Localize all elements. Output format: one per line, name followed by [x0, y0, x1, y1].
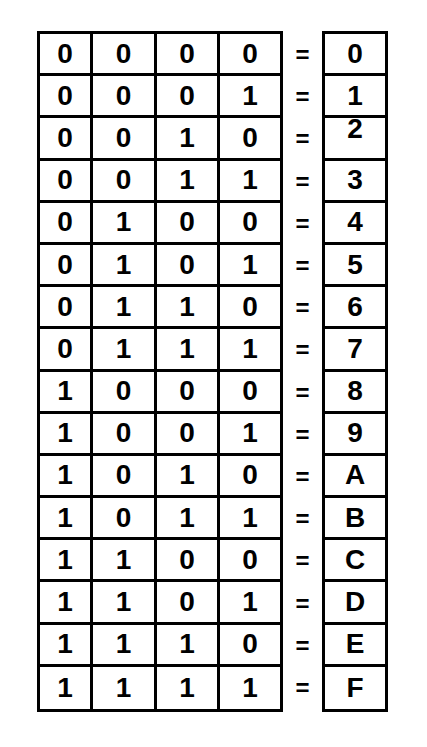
binary-cell-r2c4: 1 — [220, 76, 280, 118]
binary-cell-r7c1: 0 — [40, 287, 93, 329]
binary-cell-r5c3: 0 — [157, 203, 220, 245]
hex-cell-r3: 2 — [325, 118, 385, 160]
binary-cell-r11c2: 0 — [93, 456, 157, 498]
binary-cell-r13c1: 1 — [40, 540, 93, 582]
binary-cell-r13c2: 1 — [93, 540, 157, 582]
binary-cell-r9c4: 0 — [220, 372, 280, 414]
binary-cell-r4c1: 0 — [40, 161, 93, 203]
hex-cell-r14: D — [325, 582, 385, 624]
binary-cell-r12c4: 1 — [220, 498, 280, 540]
binary-cell-r5c2: 1 — [93, 203, 157, 245]
binary-cell-r9c1: 1 — [40, 372, 93, 414]
binary-cell-r3c1: 0 — [40, 118, 93, 160]
binary-cell-r5c1: 0 — [40, 203, 93, 245]
binary-cell-r8c2: 1 — [93, 329, 157, 371]
binary-cell-r3c3: 1 — [157, 118, 220, 160]
equals-sign-r14: = — [283, 582, 322, 624]
hex-cell-r6: 5 — [325, 245, 385, 287]
binary-cell-r12c1: 1 — [40, 498, 93, 540]
binary-cell-r15c1: 1 — [40, 625, 93, 667]
page-background: 0000000100100011010001010110011110001001… — [0, 0, 427, 747]
binary-cell-r8c1: 0 — [40, 329, 93, 371]
binary-cell-r9c3: 0 — [157, 372, 220, 414]
binary-cell-r16c1: 1 — [40, 667, 93, 709]
binary-cell-r7c4: 0 — [220, 287, 280, 329]
binary-cell-r2c2: 0 — [93, 76, 157, 118]
equals-sign-r1: = — [283, 34, 322, 76]
binary-cell-r13c3: 0 — [157, 540, 220, 582]
equals-sign-r2: = — [283, 76, 322, 118]
binary-cell-r1c1: 0 — [40, 34, 93, 76]
hex-cell-r5: 4 — [325, 203, 385, 245]
binary-cell-r15c3: 1 — [157, 625, 220, 667]
equals-sign-r3: = — [283, 118, 322, 160]
binary-cell-r10c4: 1 — [220, 414, 280, 456]
binary-table: 0000000100100011010001010110011110001001… — [37, 31, 283, 712]
binary-cell-r16c4: 1 — [220, 667, 280, 709]
hex-cell-r4: 3 — [325, 161, 385, 203]
binary-cell-r9c2: 0 — [93, 372, 157, 414]
binary-cell-r7c3: 1 — [157, 287, 220, 329]
hex-cell-r16: F — [325, 667, 385, 709]
equals-sign-r16: = — [283, 667, 322, 709]
binary-cell-r14c3: 0 — [157, 582, 220, 624]
hex-cell-r12: B — [325, 498, 385, 540]
hex-table: 0123456789ABCDEF — [322, 31, 388, 712]
hex-cell-r11: A — [325, 456, 385, 498]
hex-cell-r15: E — [325, 625, 385, 667]
hex-cell-r8: 7 — [325, 329, 385, 371]
equals-sign-r10: = — [283, 414, 322, 456]
binary-cell-r1c4: 0 — [220, 34, 280, 76]
conversion-table-layout: 0000000100100011010001010110011110001001… — [37, 31, 388, 712]
binary-cell-r2c3: 0 — [157, 76, 220, 118]
equals-sign-r13: = — [283, 540, 322, 582]
equals-sign-r9: = — [283, 372, 322, 414]
hex-cell-r10: 9 — [325, 414, 385, 456]
binary-cell-r3c2: 0 — [93, 118, 157, 160]
hex-cell-r13: C — [325, 540, 385, 582]
binary-cell-r4c4: 1 — [220, 161, 280, 203]
binary-cell-r4c2: 0 — [93, 161, 157, 203]
binary-cell-r12c2: 0 — [93, 498, 157, 540]
binary-cell-r10c1: 1 — [40, 414, 93, 456]
binary-cell-r6c2: 1 — [93, 245, 157, 287]
binary-cell-r16c3: 1 — [157, 667, 220, 709]
binary-cell-r1c3: 0 — [157, 34, 220, 76]
equals-sign-r11: = — [283, 456, 322, 498]
binary-cell-r12c3: 1 — [157, 498, 220, 540]
binary-cell-r1c2: 0 — [93, 34, 157, 76]
equals-sign-r4: = — [283, 161, 322, 203]
binary-cell-r3c4: 0 — [220, 118, 280, 160]
binary-cell-r14c1: 1 — [40, 582, 93, 624]
binary-cell-r10c3: 0 — [157, 414, 220, 456]
binary-cell-r8c3: 1 — [157, 329, 220, 371]
equals-sign-r7: = — [283, 287, 322, 329]
binary-cell-r2c1: 0 — [40, 76, 93, 118]
equals-sign-r6: = — [283, 245, 322, 287]
equals-sign-r12: = — [283, 498, 322, 540]
equals-column: ================ — [283, 34, 322, 709]
binary-cell-r4c3: 1 — [157, 161, 220, 203]
hex-cell-r1: 0 — [325, 34, 385, 76]
binary-cell-r6c1: 0 — [40, 245, 93, 287]
hex-cell-r9: 8 — [325, 372, 385, 414]
binary-cell-r14c4: 1 — [220, 582, 280, 624]
binary-cell-r14c2: 1 — [93, 582, 157, 624]
binary-cell-r15c4: 0 — [220, 625, 280, 667]
equals-sign-r5: = — [283, 203, 322, 245]
binary-cell-r6c4: 1 — [220, 245, 280, 287]
binary-cell-r16c2: 1 — [93, 667, 157, 709]
binary-cell-r15c2: 1 — [93, 625, 157, 667]
binary-cell-r5c4: 0 — [220, 203, 280, 245]
hex-cell-r7: 6 — [325, 287, 385, 329]
binary-cell-r6c3: 0 — [157, 245, 220, 287]
binary-cell-r7c2: 1 — [93, 287, 157, 329]
equals-sign-r15: = — [283, 625, 322, 667]
binary-cell-r13c4: 0 — [220, 540, 280, 582]
binary-cell-r11c1: 1 — [40, 456, 93, 498]
binary-cell-r11c3: 1 — [157, 456, 220, 498]
equals-sign-r8: = — [283, 329, 322, 371]
binary-cell-r11c4: 0 — [220, 456, 280, 498]
binary-cell-r8c4: 1 — [220, 329, 280, 371]
binary-cell-r10c2: 0 — [93, 414, 157, 456]
